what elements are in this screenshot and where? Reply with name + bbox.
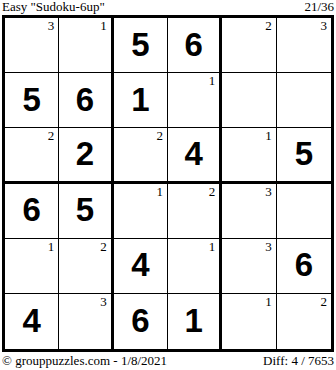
cell-r3c2[interactable]: 2 bbox=[59, 128, 113, 183]
corner-mark: 1 bbox=[209, 73, 216, 88]
given-digit: 5 bbox=[295, 137, 313, 170]
cell-r2c6[interactable] bbox=[277, 73, 331, 128]
corner-mark: 2 bbox=[48, 128, 55, 143]
cell-r6c1[interactable]: 4 bbox=[5, 294, 59, 349]
cell-r5c4[interactable]: 1 bbox=[168, 239, 222, 294]
cell-r4c4[interactable]: 2 bbox=[168, 184, 222, 239]
cell-r2c4[interactable]: 1 bbox=[168, 73, 222, 128]
footer-copyright: © grouppuzzles.com - 1/8/2021 bbox=[2, 353, 167, 369]
cell-r4c1[interactable]: 6 bbox=[5, 184, 59, 239]
corner-mark: 1 bbox=[48, 239, 55, 254]
cell-r1c4[interactable]: 6 bbox=[168, 18, 222, 73]
given-digit: 6 bbox=[184, 28, 202, 61]
cell-r3c3[interactable]: 2 bbox=[114, 128, 168, 183]
cell-r5c1[interactable]: 1 bbox=[5, 239, 59, 294]
cell-r4c3[interactable]: 1 bbox=[114, 184, 168, 239]
corner-mark: 3 bbox=[265, 184, 272, 199]
given-digit: 4 bbox=[184, 137, 202, 170]
footer-difficulty: Diff: 4 / 7653 bbox=[263, 353, 334, 369]
cell-r3c5[interactable]: 1 bbox=[222, 128, 276, 183]
cell-r4c6[interactable] bbox=[277, 184, 331, 239]
cell-r6c6[interactable]: 2 bbox=[277, 294, 331, 349]
given-digit: 1 bbox=[131, 83, 149, 116]
footer: © grouppuzzles.com - 1/8/2021 Diff: 4 / … bbox=[2, 353, 334, 369]
cell-r2c5[interactable] bbox=[222, 73, 276, 128]
given-digit: 5 bbox=[131, 28, 149, 61]
cell-r5c6[interactable]: 6 bbox=[277, 239, 331, 294]
corner-mark: 1 bbox=[265, 294, 272, 309]
sudoku-grid: 315623561122241565123124136436112 bbox=[2, 15, 334, 352]
corner-mark: 3 bbox=[320, 18, 327, 33]
corner-mark: 2 bbox=[100, 239, 107, 254]
cell-r1c6[interactable]: 3 bbox=[277, 18, 331, 73]
cell-r2c1[interactable]: 5 bbox=[5, 73, 59, 128]
corner-mark: 3 bbox=[48, 18, 55, 33]
cell-r1c1[interactable]: 3 bbox=[5, 18, 59, 73]
puzzle-page: Easy "Sudoku-6up" 21/36 3156235611222415… bbox=[0, 0, 336, 370]
corner-mark: 3 bbox=[265, 239, 272, 254]
corner-mark: 2 bbox=[209, 184, 216, 199]
corner-mark: 1 bbox=[100, 18, 107, 33]
corner-mark: 2 bbox=[320, 294, 327, 309]
corner-mark: 1 bbox=[265, 128, 272, 143]
given-digit: 5 bbox=[76, 193, 94, 226]
cell-r3c1[interactable]: 2 bbox=[5, 128, 59, 183]
cell-r2c3[interactable]: 1 bbox=[114, 73, 168, 128]
given-digit: 6 bbox=[22, 193, 40, 226]
cell-r6c4[interactable]: 1 bbox=[168, 294, 222, 349]
cell-r4c5[interactable]: 3 bbox=[222, 184, 276, 239]
cell-r3c4[interactable]: 4 bbox=[168, 128, 222, 183]
given-digit: 6 bbox=[295, 248, 313, 281]
given-digit: 2 bbox=[76, 137, 94, 170]
puzzle-counter: 21/36 bbox=[304, 0, 334, 14]
cell-r1c5[interactable]: 2 bbox=[222, 18, 276, 73]
cell-r2c2[interactable]: 6 bbox=[59, 73, 113, 128]
corner-mark: 2 bbox=[156, 128, 163, 143]
given-digit: 4 bbox=[131, 248, 149, 281]
cell-r4c2[interactable]: 5 bbox=[59, 184, 113, 239]
cell-r5c3[interactable]: 4 bbox=[114, 239, 168, 294]
page-title: Easy "Sudoku-6up" bbox=[2, 0, 105, 14]
corner-mark: 1 bbox=[156, 184, 163, 199]
corner-mark: 3 bbox=[100, 294, 107, 309]
cell-r3c6[interactable]: 5 bbox=[277, 128, 331, 183]
given-digit: 5 bbox=[22, 83, 40, 116]
cell-r6c2[interactable]: 3 bbox=[59, 294, 113, 349]
cell-r6c3[interactable]: 6 bbox=[114, 294, 168, 349]
cell-r6c5[interactable]: 1 bbox=[222, 294, 276, 349]
given-digit: 1 bbox=[184, 304, 202, 337]
given-digit: 4 bbox=[22, 304, 40, 337]
corner-mark: 1 bbox=[209, 239, 216, 254]
given-digit: 6 bbox=[131, 304, 149, 337]
header: Easy "Sudoku-6up" 21/36 bbox=[2, 0, 334, 14]
cell-r5c5[interactable]: 3 bbox=[222, 239, 276, 294]
cell-r1c2[interactable]: 1 bbox=[59, 18, 113, 73]
given-digit: 6 bbox=[76, 83, 94, 116]
cell-r5c2[interactable]: 2 bbox=[59, 239, 113, 294]
corner-mark: 2 bbox=[265, 18, 272, 33]
cell-r1c3[interactable]: 5 bbox=[114, 18, 168, 73]
